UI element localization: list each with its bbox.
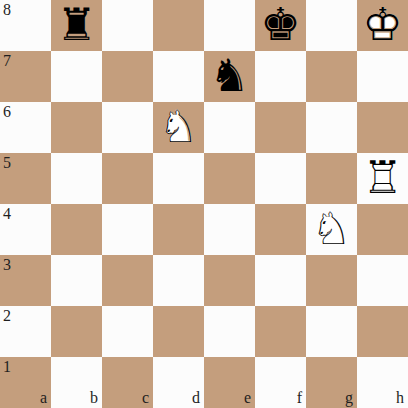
square-g3[interactable] [306,255,357,306]
board-grid: 8♜♚♚♔7♞6♞♘5♜♖4♞♘321abcdefgh [0,0,408,408]
square-b7[interactable] [51,51,102,102]
square-d8[interactable] [153,0,204,51]
square-d3[interactable] [153,255,204,306]
square-a6[interactable]: 6 [0,102,51,153]
square-a3[interactable]: 3 [0,255,51,306]
square-f1[interactable]: f [255,357,306,408]
square-e4[interactable] [204,204,255,255]
square-e1[interactable]: e [204,357,255,408]
square-b1[interactable]: b [51,357,102,408]
square-h3[interactable] [357,255,408,306]
square-e8[interactable] [204,0,255,51]
rank-label-4: 4 [3,206,11,222]
file-label-f: f [297,390,302,406]
square-f2[interactable] [255,306,306,357]
square-f6[interactable] [255,102,306,153]
square-e6[interactable] [204,102,255,153]
square-h7[interactable] [357,51,408,102]
square-f3[interactable] [255,255,306,306]
square-e7[interactable]: ♞ [204,51,255,102]
square-c8[interactable] [102,0,153,51]
square-d4[interactable] [153,204,204,255]
square-b2[interactable] [51,306,102,357]
square-e5[interactable] [204,153,255,204]
square-d2[interactable] [153,306,204,357]
square-h6[interactable] [357,102,408,153]
square-g1[interactable]: g [306,357,357,408]
square-h4[interactable] [357,204,408,255]
square-b5[interactable] [51,153,102,204]
square-f5[interactable] [255,153,306,204]
square-a2[interactable]: 2 [0,306,51,357]
piece-white-knight[interactable]: ♞♘ [153,102,204,153]
piece-black-rook[interactable]: ♜ [51,0,102,51]
chess-board: 8♜♚♚♔7♞6♞♘5♜♖4♞♘321abcdefgh [0,0,408,408]
square-d5[interactable] [153,153,204,204]
square-g5[interactable] [306,153,357,204]
file-label-d: d [192,390,200,406]
square-f4[interactable] [255,204,306,255]
rank-label-6: 6 [3,104,11,120]
file-label-b: b [90,390,98,406]
square-b6[interactable] [51,102,102,153]
rank-label-1: 1 [3,359,11,375]
square-g7[interactable] [306,51,357,102]
file-label-e: e [244,390,251,406]
rank-label-5: 5 [3,155,11,171]
square-b3[interactable] [51,255,102,306]
king-outline-layer: ♔ [357,0,408,51]
square-b4[interactable] [51,204,102,255]
square-a1[interactable]: 1a [0,357,51,408]
square-a5[interactable]: 5 [0,153,51,204]
knight-outline-layer: ♘ [306,204,357,255]
piece-white-knight[interactable]: ♞♘ [306,204,357,255]
square-h5[interactable]: ♜♖ [357,153,408,204]
square-f7[interactable] [255,51,306,102]
square-f8[interactable]: ♚ [255,0,306,51]
square-g2[interactable] [306,306,357,357]
square-g6[interactable] [306,102,357,153]
rook-outline-layer: ♖ [357,153,408,204]
knight-outline-layer: ♘ [153,102,204,153]
square-c6[interactable] [102,102,153,153]
rank-label-7: 7 [3,53,11,69]
file-label-c: c [142,390,149,406]
square-d1[interactable]: d [153,357,204,408]
square-b8[interactable]: ♜ [51,0,102,51]
file-label-g: g [345,390,353,406]
square-d6[interactable]: ♞♘ [153,102,204,153]
square-a7[interactable]: 7 [0,51,51,102]
file-label-h: h [396,390,404,406]
square-c1[interactable]: c [102,357,153,408]
square-c4[interactable] [102,204,153,255]
rank-label-3: 3 [3,257,11,273]
square-c5[interactable] [102,153,153,204]
square-a8[interactable]: 8 [0,0,51,51]
rank-label-2: 2 [3,308,11,324]
piece-white-rook[interactable]: ♜♖ [357,153,408,204]
square-c7[interactable] [102,51,153,102]
piece-black-king[interactable]: ♚ [255,0,306,51]
square-h2[interactable] [357,306,408,357]
square-c2[interactable] [102,306,153,357]
square-h1[interactable]: h [357,357,408,408]
square-g8[interactable] [306,0,357,51]
piece-black-knight[interactable]: ♞ [204,51,255,102]
piece-white-king[interactable]: ♚♔ [357,0,408,51]
square-a4[interactable]: 4 [0,204,51,255]
file-label-a: a [40,390,47,406]
square-h8[interactable]: ♚♔ [357,0,408,51]
square-e2[interactable] [204,306,255,357]
square-g4[interactable]: ♞♘ [306,204,357,255]
square-c3[interactable] [102,255,153,306]
square-d7[interactable] [153,51,204,102]
square-e3[interactable] [204,255,255,306]
rank-label-8: 8 [3,2,11,18]
